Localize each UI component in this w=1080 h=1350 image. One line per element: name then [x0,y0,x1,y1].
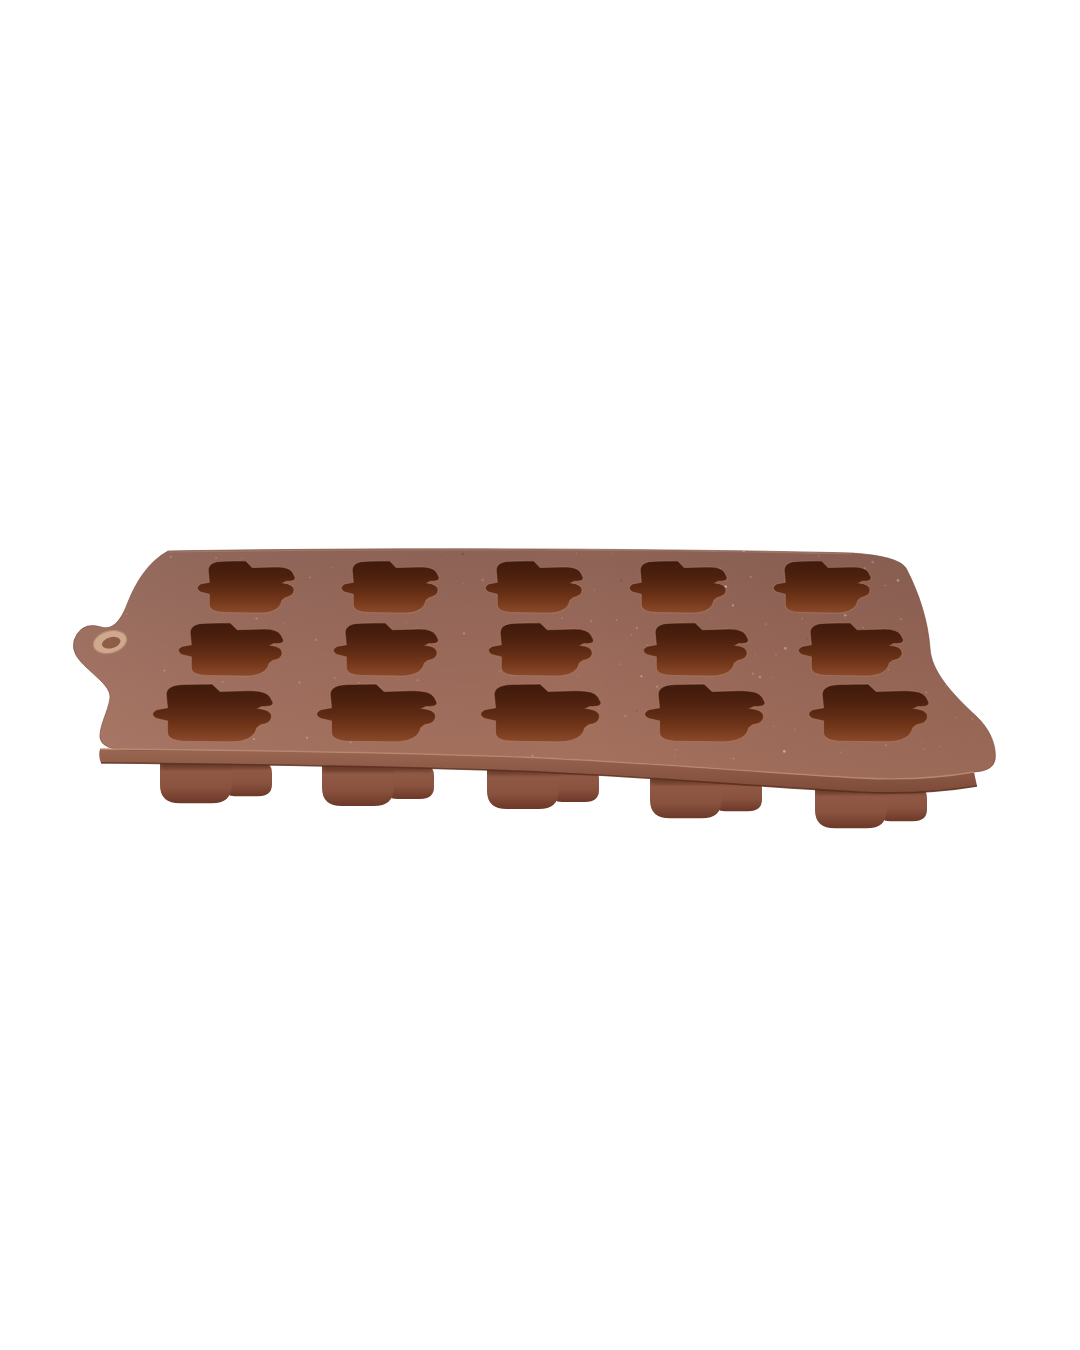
mould-cavity-r2c5 [798,623,903,676]
mould-cavity-r2c1 [178,623,283,676]
mould-foot-2 [322,766,434,806]
mould-cavity-r2c3 [488,623,593,676]
mould-cavity-r2c4 [643,623,748,676]
chocolate-mould-illustration [0,0,1080,1350]
chocolate-mould [73,547,995,828]
mould-cavity-r2c2 [333,623,438,676]
mould-cavity-r1c2 [341,561,439,613]
product-photo [0,0,1080,1350]
mould-cavity-r3c1 [153,684,273,742]
mould-foot-5 [815,788,927,828]
cavity-grid [153,561,929,742]
mould-cavity-r1c1 [197,561,295,613]
mould-cavity-r3c3 [481,684,601,742]
mould-foot-1 [160,763,272,803]
mould-cavity-r1c5 [773,561,871,613]
mould-cavity-r3c4 [645,684,765,742]
mould-cavity-r3c2 [317,684,437,742]
mould-cavity-r3c5 [809,684,929,742]
mould-cavity-r1c4 [629,561,727,613]
mould-cavity-r1c3 [485,561,583,613]
